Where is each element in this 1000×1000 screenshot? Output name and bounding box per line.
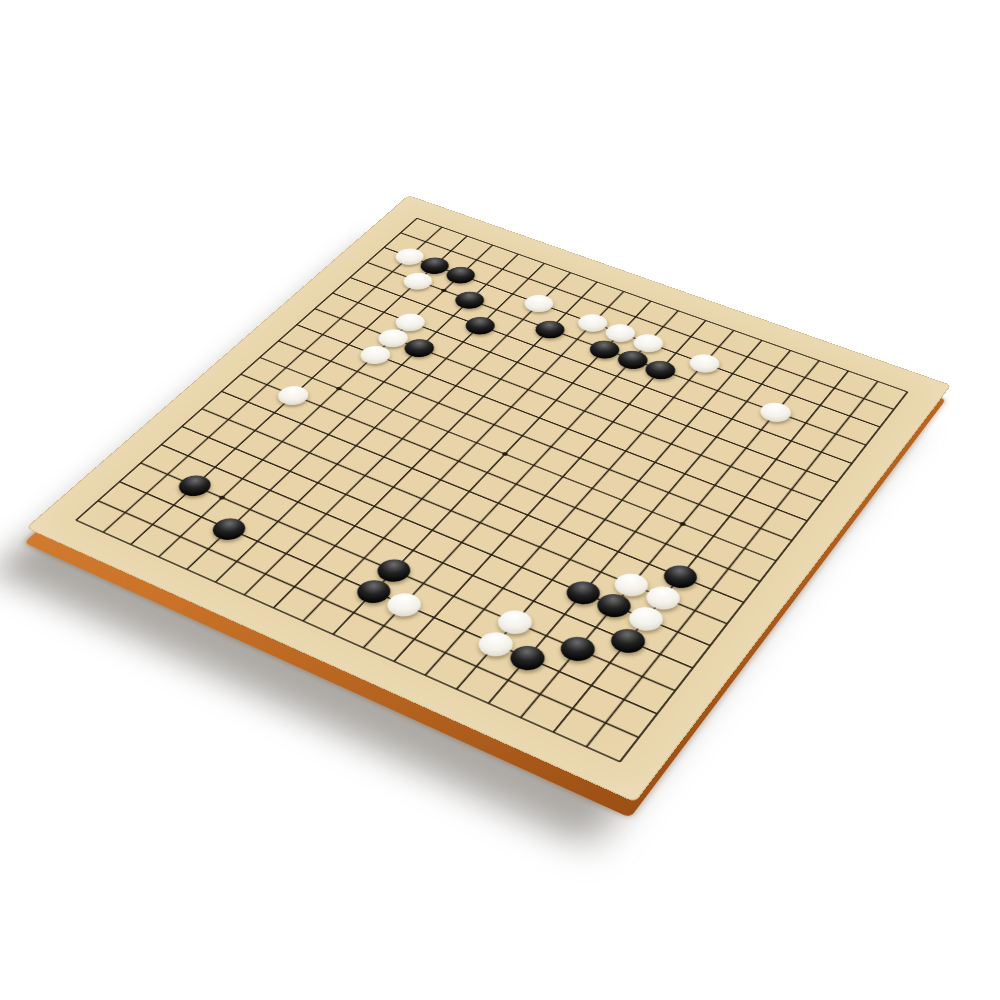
go-board xyxy=(26,195,951,802)
star-point xyxy=(440,288,447,292)
board-grid xyxy=(26,195,951,802)
star-point xyxy=(501,452,509,457)
star-point xyxy=(679,521,687,526)
go-board-photo xyxy=(169,118,841,790)
